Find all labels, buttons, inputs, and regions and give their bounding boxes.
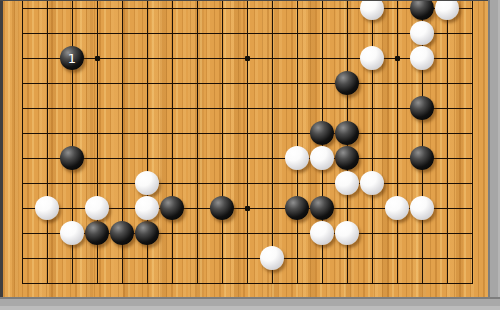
black-stone: 1 <box>60 46 84 70</box>
black-stone <box>160 196 184 220</box>
black-stone <box>310 121 334 145</box>
white-stone <box>435 1 459 20</box>
white-stone <box>360 1 384 20</box>
black-stone <box>60 146 84 170</box>
go-board[interactable]: 1 <box>3 1 488 297</box>
grid-line-horizontal <box>22 83 473 84</box>
white-stone <box>335 221 359 245</box>
grid-line-horizontal <box>22 108 473 109</box>
grid-line-horizontal <box>22 33 473 34</box>
black-stone <box>285 196 309 220</box>
white-stone <box>385 196 409 220</box>
black-stone <box>410 146 434 170</box>
star-point <box>245 56 250 61</box>
white-stone <box>410 46 434 70</box>
go-board-screenshot-frame: 1 <box>0 0 500 310</box>
black-stone <box>210 196 234 220</box>
grid-line-vertical <box>397 1 398 284</box>
grid-line-vertical <box>197 1 198 284</box>
black-stone <box>410 1 434 20</box>
grid-line-vertical <box>222 1 223 284</box>
grid-line-vertical <box>372 1 373 284</box>
frame-left-border <box>0 0 3 297</box>
move-number-label: 1 <box>68 52 76 65</box>
white-stone <box>360 171 384 195</box>
black-stone <box>110 221 134 245</box>
white-stone <box>135 171 159 195</box>
frame-top-border <box>0 0 488 1</box>
black-stone <box>335 121 359 145</box>
grid-line-horizontal <box>22 8 473 9</box>
black-stone <box>310 196 334 220</box>
white-stone <box>335 171 359 195</box>
white-stone <box>410 196 434 220</box>
star-point <box>245 206 250 211</box>
grid-line-vertical <box>472 1 473 284</box>
white-stone <box>310 146 334 170</box>
grid-line-vertical <box>22 1 23 284</box>
white-stone <box>285 146 309 170</box>
grid-line-horizontal <box>22 158 473 159</box>
grid-line-vertical <box>272 1 273 284</box>
white-stone <box>135 196 159 220</box>
black-stone <box>335 146 359 170</box>
black-stone <box>85 221 109 245</box>
grid-line-horizontal <box>22 258 473 259</box>
star-point <box>95 56 100 61</box>
frame-bottom-gutter <box>0 297 500 310</box>
white-stone <box>35 196 59 220</box>
grid-line-horizontal <box>22 133 473 134</box>
grid-line-vertical <box>297 1 298 284</box>
star-point <box>395 56 400 61</box>
white-stone <box>360 46 384 70</box>
white-stone <box>260 246 284 270</box>
black-stone <box>410 96 434 120</box>
grid-line-vertical <box>447 1 448 284</box>
grid-line-horizontal <box>22 183 473 184</box>
white-stone <box>410 21 434 45</box>
grid-line-vertical <box>47 1 48 284</box>
white-stone <box>85 196 109 220</box>
white-stone <box>60 221 84 245</box>
grid-line-vertical <box>172 1 173 284</box>
black-stone <box>335 71 359 95</box>
black-stone <box>135 221 159 245</box>
grid-line-horizontal <box>22 283 473 284</box>
white-stone <box>310 221 334 245</box>
grid-line-vertical <box>247 1 248 284</box>
frame-right-gutter <box>488 0 500 310</box>
